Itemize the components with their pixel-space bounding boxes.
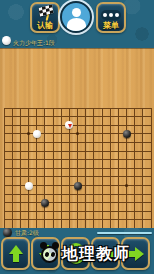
black-stone-icon — [3, 228, 12, 237]
player-avatar[interactable] — [60, 1, 92, 33]
white-stone — [65, 121, 73, 129]
control-up-button[interactable] — [1, 237, 30, 270]
person-icon — [72, 8, 81, 17]
resign-button[interactable]: 认输 — [30, 2, 60, 33]
star-point — [76, 132, 79, 135]
ellipsis-icon — [101, 10, 121, 20]
top-bar: 认输 菜单 火力少年王:1段 — [0, 0, 154, 48]
black-stone — [41, 199, 49, 207]
white-stone — [33, 130, 41, 138]
menu-button[interactable]: 菜单 — [96, 2, 126, 33]
white-player-name: 火力少年王:1段 — [13, 39, 55, 48]
white-stone-icon — [2, 36, 11, 45]
watermark: 地理教师 — [38, 240, 130, 268]
go-board[interactable]: 第9手 — [0, 48, 154, 228]
white-stone — [25, 182, 33, 190]
star-point — [27, 132, 30, 135]
panda-logo-icon — [38, 240, 62, 268]
divider-line — [97, 232, 152, 234]
menu-label: 菜单 — [98, 21, 124, 31]
app-root: 认输 菜单 火力少年王:1段 第9手 甘肃:2级 地理教师 — [0, 0, 154, 274]
resign-label: 认输 — [32, 21, 58, 31]
watermark-text: 地理教师 — [62, 244, 130, 265]
checkered-flag-icon — [32, 5, 58, 22]
black-stone — [74, 182, 82, 190]
last-move-marker — [68, 124, 72, 128]
black-stone — [123, 130, 131, 138]
star-point — [125, 184, 128, 187]
arrow-up-icon — [9, 245, 23, 262]
